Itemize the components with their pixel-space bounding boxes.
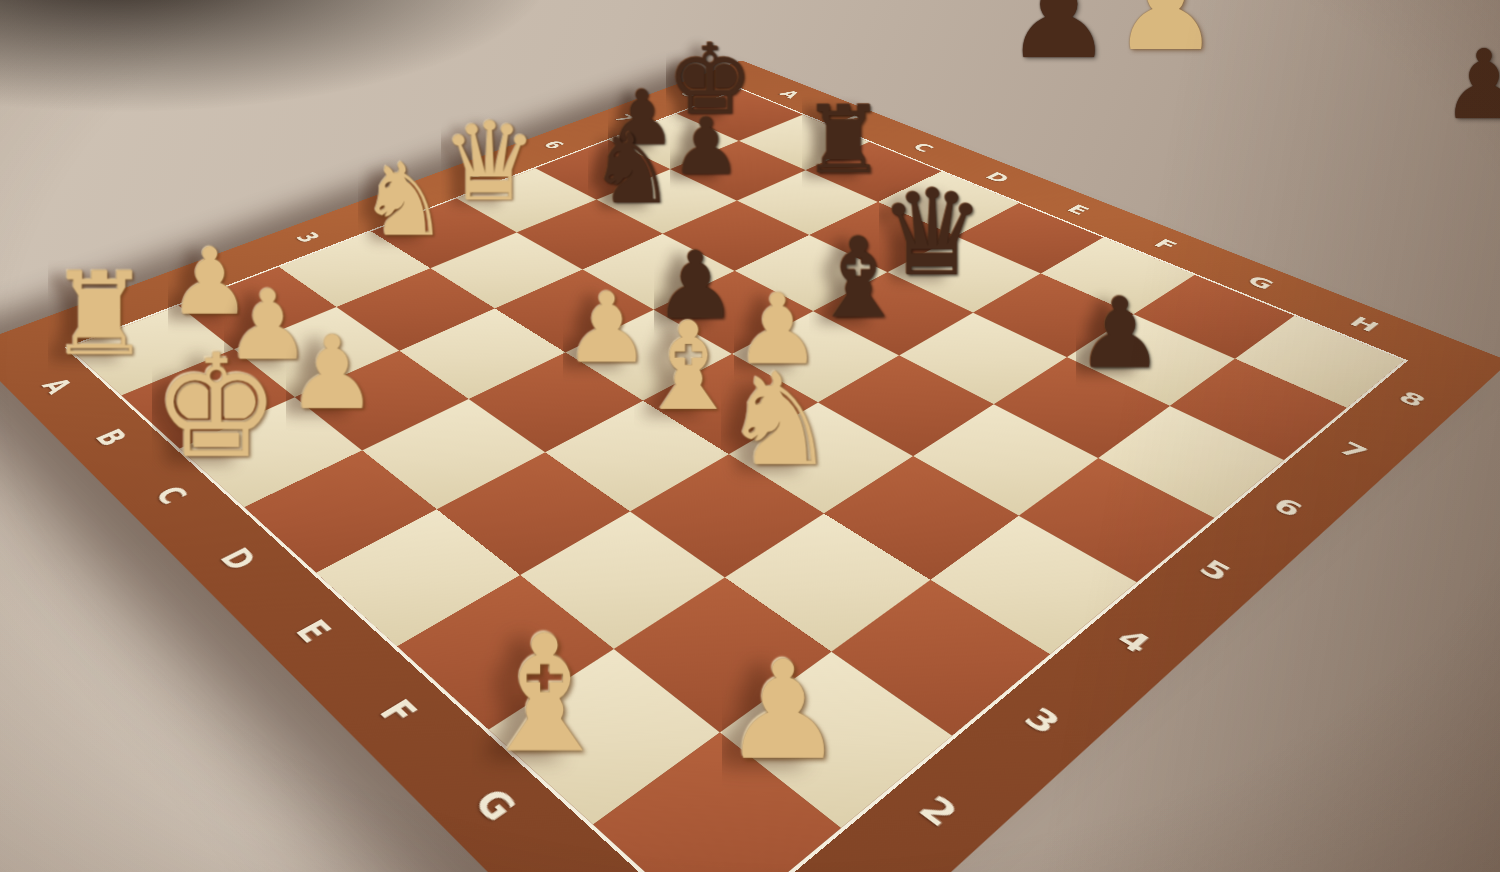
- captured-white-pawn-1: ♟: [1112, 0, 1220, 62]
- chess-board-grid: ♚♜♟♟♛♟♞♝♛♟♟♞♟♝♞♟♟♟♟♜♚♝: [69, 89, 1404, 872]
- photo-stage: ABCDEFGH ABCDEFGH 12345678 12345678 ♚♜♟♟…: [0, 0, 1500, 872]
- board-frame: ABCDEFGH ABCDEFGH 12345678 12345678 ♚♜♟♟…: [0, 60, 1500, 872]
- board-3d-scene: ABCDEFGH ABCDEFGH 12345678 12345678 ♚♜♟♟…: [0, 60, 1500, 872]
- captured-black-pawn-0: ♟: [1005, 0, 1113, 70]
- captured-black-pawn-2: ♟: [1441, 42, 1500, 128]
